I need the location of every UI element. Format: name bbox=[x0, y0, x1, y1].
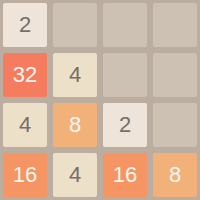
empty-cell-r1c2 bbox=[53, 3, 97, 47]
empty-cell-r1c3 bbox=[103, 3, 147, 47]
tile-r3c2: 8 bbox=[53, 103, 97, 147]
tile-r4c2: 4 bbox=[53, 153, 97, 197]
empty-cell-r3c4 bbox=[153, 103, 197, 147]
tile-r3c3: 2 bbox=[103, 103, 147, 147]
empty-cell-r2c4 bbox=[153, 53, 197, 97]
tile-r4c4: 8 bbox=[153, 153, 197, 197]
tile-r1c1: 2 bbox=[3, 3, 47, 47]
empty-cell-r1c4 bbox=[153, 3, 197, 47]
tile-r3c1: 4 bbox=[3, 103, 47, 147]
tile-r2c2: 4 bbox=[53, 53, 97, 97]
empty-cell-r2c3 bbox=[103, 53, 147, 97]
tile-r2c1: 32 bbox=[3, 53, 47, 97]
tile-r4c1: 16 bbox=[3, 153, 47, 197]
2048-board[interactable]: 2 32 4 4 8 2 16 4 16 8 bbox=[0, 0, 200, 200]
tile-r4c3: 16 bbox=[103, 153, 147, 197]
